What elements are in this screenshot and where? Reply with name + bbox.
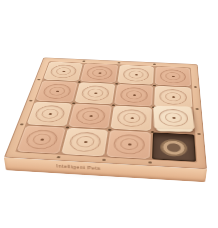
circular-recess	[160, 89, 187, 105]
tile	[80, 63, 118, 83]
circular-recess	[86, 66, 114, 80]
circular-recess	[68, 132, 102, 153]
peg-hole	[82, 61, 85, 62]
tile	[155, 66, 191, 86]
peg-hole	[153, 64, 156, 65]
tile	[16, 126, 65, 154]
peg-hole	[196, 108, 199, 110]
peg-hole	[194, 86, 197, 88]
tile	[154, 86, 192, 109]
tile	[117, 65, 154, 85]
circular-recess	[80, 85, 109, 101]
circular-recess	[33, 105, 66, 123]
raised-tile	[153, 106, 195, 130]
circular-recess	[49, 64, 78, 78]
circular-recess	[160, 69, 186, 83]
circular-recess	[120, 87, 148, 103]
circular-recess	[159, 109, 189, 126]
tile	[110, 106, 152, 131]
circular-recess	[113, 134, 145, 155]
tile	[68, 104, 112, 129]
peg-hole	[197, 133, 200, 135]
peg-hole	[57, 156, 61, 158]
peg-hole	[148, 161, 152, 163]
peg-hole	[29, 100, 33, 102]
peg-hole	[118, 62, 121, 63]
peg-hole	[20, 123, 24, 125]
circular-recess	[123, 68, 149, 82]
product-photo-stage: Intelligent Pets	[0, 0, 218, 228]
tile	[35, 81, 78, 103]
tile	[114, 84, 153, 106]
brand-text: Intelligent Pets	[56, 164, 100, 171]
tile	[27, 102, 73, 127]
board-grid	[15, 61, 197, 162]
puzzle-board: Intelligent Pets	[4, 57, 207, 169]
circular-recess	[75, 107, 106, 125]
circular-recess	[42, 83, 73, 99]
circular-recess	[117, 109, 147, 127]
peg-hole	[102, 159, 106, 161]
empty-slot-compartment	[152, 132, 196, 161]
tile	[106, 130, 151, 159]
circular-recess	[24, 129, 60, 149]
tile	[43, 62, 83, 81]
tile	[75, 82, 116, 104]
tile	[61, 128, 108, 157]
peg-hole	[37, 79, 40, 81]
board-tray	[4, 57, 207, 169]
